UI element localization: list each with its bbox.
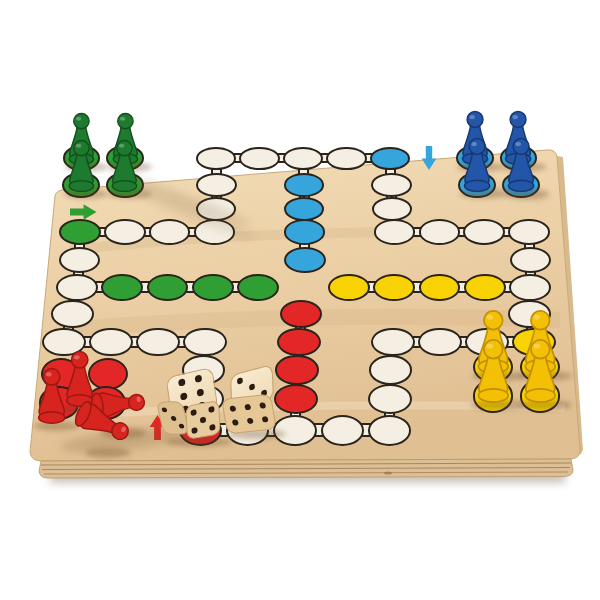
left-die-face-top-pip-1	[180, 392, 188, 401]
left-die-face-front_right-pip-2	[200, 417, 206, 423]
left-die-face-front_left-pip-1	[170, 416, 176, 421]
pawn-yellow-3[interactable]	[472, 338, 515, 404]
pawn-green-4[interactable]	[107, 139, 142, 193]
right-die-face-front-pip-3	[231, 419, 238, 426]
left-die-face-front_right-pip-4	[209, 424, 215, 430]
right-die-face-top-pip-0	[237, 377, 244, 385]
right-die-face-front-pip-1	[244, 404, 251, 411]
left-die-face-front_right-pip-3	[192, 427, 198, 433]
left-die-face-front_right-pip-0	[191, 409, 197, 415]
left-die[interactable]	[160, 372, 230, 444]
pawn-yellow-4[interactable]	[519, 338, 562, 404]
right-die-face-front-pip-2	[260, 402, 267, 409]
left-die-face-top-pip-0	[178, 378, 186, 387]
right-die-face-front-pip-5	[262, 416, 269, 423]
left-die-face-front_left-pip-2	[179, 424, 185, 429]
right-die-face-top-pip-1	[249, 383, 256, 391]
pawn-red-3-shadow	[85, 448, 132, 458]
left-die-face-front_left-pip-0	[161, 407, 167, 412]
pieces-layer	[0, 0, 600, 600]
ludo-board-photo	[0, 0, 600, 600]
right-die-face-front-pip-4	[247, 417, 254, 424]
right-die[interactable]	[222, 370, 284, 436]
pawn-blue-4[interactable]	[503, 137, 539, 193]
left-die-face-top-pip-3	[194, 375, 202, 384]
pawn-blue-3[interactable]	[459, 137, 495, 193]
left-die-face-top-pip-4	[196, 388, 204, 397]
left-die-face-front_right	[185, 400, 221, 440]
pawn-red-1[interactable]	[33, 367, 70, 425]
left-die-face-front_right-pip-1	[209, 406, 215, 412]
right-die-face-front-pip-0	[229, 406, 236, 413]
pawn-green-3[interactable]	[64, 139, 99, 193]
